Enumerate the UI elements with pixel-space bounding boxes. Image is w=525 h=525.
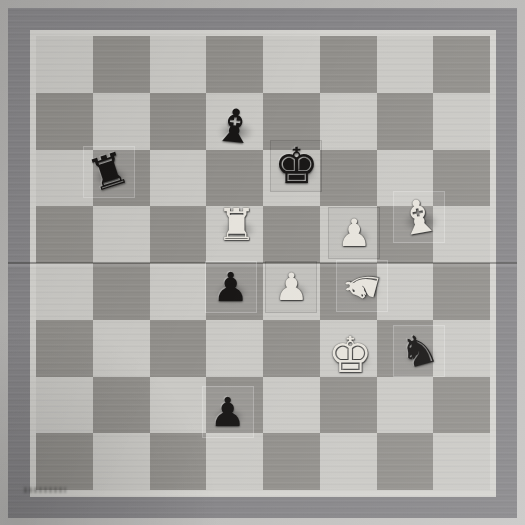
- board-stamp: [24, 487, 66, 493]
- piece-white-pawn-e4[interactable]: ♟: [272, 268, 310, 306]
- piece-black-rook-b6[interactable]: ♜: [87, 150, 131, 194]
- piece-black-bishop-d7[interactable]: ♝: [212, 103, 258, 149]
- piece-black-knight-g3[interactable]: ♞: [398, 330, 440, 372]
- black-pawn-icon: ♟: [213, 267, 249, 307]
- piece-white-pawn-f5[interactable]: ♟: [335, 214, 373, 252]
- white-knight-icon: ♞: [337, 263, 387, 310]
- piece-white-bishop-g5[interactable]: ♝: [396, 194, 442, 240]
- black-bishop-icon: ♝: [212, 101, 258, 151]
- piece-black-pawn-d2[interactable]: ♟: [208, 392, 248, 432]
- white-bishop-icon: ♝: [395, 190, 444, 242]
- white-pawn-icon: ♟: [274, 268, 308, 306]
- white-pawn-icon: ♟: [337, 214, 371, 252]
- white-king-icon: ♚: [328, 330, 373, 380]
- piece-white-knight-f4[interactable]: ♞: [341, 265, 383, 307]
- piece-white-king-f3[interactable]: ♚: [325, 330, 375, 380]
- black-rook-icon: ♜: [84, 145, 135, 199]
- black-knight-icon: ♞: [395, 326, 442, 376]
- piece-white-rook-d5[interactable]: ♜: [215, 203, 259, 247]
- piece-black-king-e6[interactable]: ♚: [271, 141, 321, 191]
- black-king-icon: ♚: [274, 141, 319, 191]
- piece-black-pawn-d4[interactable]: ♟: [211, 267, 251, 307]
- black-pawn-icon: ♟: [210, 392, 246, 432]
- pieces-layer: ♝♜♚♜♟♝♟♟♞♚♞♟: [0, 0, 525, 525]
- chessboard-photo: ♝♜♚♜♟♝♟♟♞♚♞♟: [0, 0, 525, 525]
- white-rook-icon: ♜: [217, 203, 256, 247]
